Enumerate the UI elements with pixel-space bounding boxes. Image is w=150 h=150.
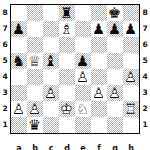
square-c3[interactable]: ♟♙ [43,85,59,101]
file-label-f: f [91,144,107,150]
square-b6[interactable] [27,37,43,53]
square-d3[interactable] [59,85,75,101]
square-a2[interactable]: ♟♙ [11,101,27,117]
square-a7[interactable]: ♟ [11,21,27,37]
black-pawn-icon: ♟ [91,21,107,37]
square-f5[interactable] [91,53,107,69]
square-g1[interactable] [107,117,123,133]
white-bishop-icon: ♝♗ [59,21,75,37]
square-h1[interactable] [123,117,139,133]
square-f4[interactable] [91,69,107,85]
square-d2[interactable]: ♚♔ [59,101,75,117]
black-pawn-icon: ♟ [123,21,139,37]
square-e4[interactable]: ♟♙ [75,69,91,85]
white-pawn-icon: ♟♙ [43,85,59,101]
square-c2[interactable] [43,101,59,117]
rank-label-left-3: 3 [1,85,10,101]
white-king-icon: ♚♔ [59,101,75,117]
square-h5[interactable] [123,53,139,69]
square-e3[interactable] [75,85,91,101]
square-b1[interactable]: ♛ [27,117,43,133]
black-queen-icon: ♛ [27,117,43,133]
square-f6[interactable] [91,37,107,53]
rank-label-right-1: 1 [141,117,150,133]
square-g6[interactable] [107,37,123,53]
square-b2[interactable]: ♟♙ [27,101,43,117]
square-h4[interactable]: ♟♙ [123,69,139,85]
rank-label-left-6: 6 [1,37,10,53]
square-b3[interactable] [27,85,43,101]
white-pawn-icon: ♟♙ [123,69,139,85]
square-d5[interactable] [59,53,75,69]
rank-label-right-3: 3 [141,85,150,101]
square-h7[interactable]: ♟ [123,21,139,37]
square-e5[interactable]: ♟ [75,53,91,69]
black-pawn-icon: ♟ [11,21,27,37]
black-bishop-icon: ♝ [43,53,59,69]
square-e1[interactable] [75,117,91,133]
rank-label-left-5: 5 [1,53,10,69]
square-b4[interactable] [27,69,43,85]
square-g8[interactable]: ♚ [107,5,123,21]
square-c8[interactable] [43,5,59,21]
board: ♜♚♟♝♗♟♟♟♞♛♕♝♟♟♙♟♙♟♙♟♙♟♙♟♙♟♙♚♔♞♘♜♖♛ [10,4,140,134]
file-label-d: d [59,144,75,150]
white-pawn-icon: ♟♙ [27,101,43,117]
square-e8[interactable] [75,5,91,21]
square-c6[interactable] [43,37,59,53]
rank-label-left-2: 2 [1,101,10,117]
rank-label-right-5: 5 [141,53,150,69]
rank-label-left-4: 4 [1,69,10,85]
file-label-a: a [11,144,27,150]
square-a1[interactable] [11,117,27,133]
rank-label-right-6: 6 [141,37,150,53]
file-label-b: b [27,144,43,150]
square-a6[interactable] [11,37,27,53]
white-knight-icon: ♞♘ [75,101,91,117]
square-d4[interactable] [59,69,75,85]
black-knight-icon: ♞ [11,53,27,69]
file-label-h: h [123,144,139,150]
white-pawn-icon: ♟♙ [91,85,107,101]
file-label-g: g [107,144,123,150]
square-f2[interactable] [91,101,107,117]
square-h2[interactable]: ♜♖ [123,101,139,117]
white-pawn-icon: ♟♙ [107,85,123,101]
square-f7[interactable]: ♟ [91,21,107,37]
rank-label-left-8: 8 [1,5,10,21]
square-a8[interactable] [11,5,27,21]
square-d7[interactable]: ♝♗ [59,21,75,37]
square-d1[interactable] [59,117,75,133]
square-e2[interactable]: ♞♘ [75,101,91,117]
file-label-e: e [75,144,91,150]
rank-label-left-1: 1 [1,117,10,133]
rank-label-right-7: 7 [141,21,150,37]
rank-label-right-2: 2 [141,101,150,117]
square-a3[interactable] [11,85,27,101]
square-c4[interactable] [43,69,59,85]
square-d6[interactable] [59,37,75,53]
square-e7[interactable] [75,21,91,37]
square-b7[interactable] [27,21,43,37]
chess-diagram-page: ♜♚♟♝♗♟♟♟♞♛♕♝♟♟♙♟♙♟♙♟♙♟♙♟♙♟♙♚♔♞♘♜♖♛ 88776… [0,0,150,150]
square-e6[interactable] [75,37,91,53]
square-g5[interactable] [107,53,123,69]
square-c1[interactable] [43,117,59,133]
file-label-c: c [43,144,59,150]
rank-label-right-4: 4 [141,69,150,85]
square-b5[interactable]: ♛♕ [27,53,43,69]
white-pawn-icon: ♟♙ [75,69,91,85]
black-pawn-icon: ♟ [75,53,91,69]
square-f8[interactable] [91,5,107,21]
square-h3[interactable] [123,85,139,101]
square-a5[interactable]: ♞ [11,53,27,69]
rank-label-right-8: 8 [141,5,150,21]
square-c7[interactable] [43,21,59,37]
square-g4[interactable] [107,69,123,85]
square-g3[interactable]: ♟♙ [107,85,123,101]
square-h8[interactable] [123,5,139,21]
white-queen-icon: ♛♕ [27,53,43,69]
square-b8[interactable] [27,5,43,21]
square-g2[interactable] [107,101,123,117]
black-king-icon: ♚ [107,5,123,21]
square-d8[interactable]: ♜ [59,5,75,21]
square-g7[interactable]: ♟ [107,21,123,37]
square-f1[interactable] [91,117,107,133]
white-rook-icon: ♜♖ [123,101,139,117]
white-pawn-icon: ♟♙ [11,101,27,117]
square-c5[interactable]: ♝ [43,53,59,69]
square-h6[interactable] [123,37,139,53]
square-a4[interactable] [11,69,27,85]
square-f3[interactable]: ♟♙ [91,85,107,101]
black-rook-icon: ♜ [59,5,75,21]
rank-label-left-7: 7 [1,21,10,37]
black-pawn-icon: ♟ [107,21,123,37]
